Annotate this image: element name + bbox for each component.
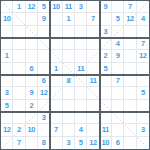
cell-r7c5[interactable] (50, 75, 62, 87)
cell-r9c2[interactable] (13, 100, 25, 112)
cell-r4c9[interactable] (100, 38, 112, 50)
cell-r4c8[interactable] (87, 38, 99, 50)
cell-r9c4[interactable] (38, 100, 50, 112)
cell-r9c5[interactable] (50, 100, 62, 112)
cell-r8c12[interactable]: 5 (137, 87, 149, 99)
cell-r4c7[interactable] (75, 38, 87, 50)
cell-r10c5[interactable] (50, 112, 62, 124)
cell-r12c5[interactable] (50, 137, 62, 149)
cell-r3c7[interactable] (75, 26, 87, 38)
cell-r1c7[interactable]: 3 (75, 1, 87, 13)
cell-r5c8[interactable] (87, 50, 99, 62)
cell-r3c2[interactable] (13, 26, 25, 38)
cell-r11c11[interactable] (124, 124, 136, 136)
cell-r3c1[interactable] (1, 26, 13, 38)
cell-r3c11[interactable] (124, 26, 136, 38)
cell-r1c5[interactable]: 10 (50, 1, 62, 13)
cell-r8c10[interactable] (112, 87, 124, 99)
cell-r10c3[interactable] (26, 112, 38, 124)
cell-r7c10[interactable]: 7 (112, 75, 124, 87)
cell-r7c2[interactable] (13, 75, 25, 87)
cell-r5c2[interactable] (13, 50, 25, 62)
cell-r12c7[interactable]: 5 (75, 137, 87, 149)
cell-r2c5[interactable] (50, 13, 62, 25)
cell-r8c2[interactable] (13, 87, 25, 99)
cell-r9c9[interactable] (100, 100, 112, 112)
cell-r2c3[interactable] (26, 13, 38, 25)
cell-r4c11[interactable] (124, 38, 136, 50)
cell-r6c6[interactable] (63, 63, 75, 75)
cell-r6c12[interactable] (137, 63, 149, 75)
cell-r1c2[interactable]: 1 (13, 1, 25, 13)
cell-r11c6[interactable] (63, 124, 75, 136)
cell-r11c8[interactable] (87, 124, 99, 136)
cell-r5c9[interactable]: 2 (100, 50, 112, 62)
cell-r9c12[interactable] (137, 100, 149, 112)
cell-r11c12[interactable]: 3 (137, 124, 149, 136)
cell-r5c11[interactable] (124, 50, 136, 62)
cell-r8c11[interactable] (124, 87, 136, 99)
cell-r9c1[interactable]: 5 (1, 100, 13, 112)
cell-r4c10[interactable]: 4 (112, 38, 124, 50)
cell-r9c11[interactable] (124, 100, 136, 112)
cell-r12c12[interactable] (137, 137, 149, 149)
cell-r12c10[interactable]: 6 (112, 137, 124, 149)
cell-r8c4[interactable]: 12 (38, 87, 50, 99)
cell-r11c4[interactable] (38, 124, 50, 136)
cell-r3c3[interactable] (26, 26, 38, 38)
cell-r12c1[interactable] (1, 137, 13, 149)
cell-r10c12[interactable] (137, 112, 149, 124)
cell-r6c3[interactable]: 6 (26, 63, 38, 75)
cell-r10c11[interactable] (124, 112, 136, 124)
cell-r10c10[interactable] (112, 112, 124, 124)
cell-r7c12[interactable] (137, 75, 149, 87)
cell-r6c5[interactable]: 1 (50, 63, 62, 75)
cell-r2c12[interactable]: 4 (137, 13, 149, 25)
cell-r4c12[interactable]: 7 (137, 38, 149, 50)
cell-r12c3[interactable] (26, 137, 38, 149)
cell-r12c9[interactable]: 10 (100, 137, 112, 149)
cell-r5c3[interactable] (26, 50, 38, 62)
cell-r8c1[interactable]: 3 (1, 87, 13, 99)
cell-r2c10[interactable]: 5 (112, 13, 124, 25)
cell-r3c8[interactable] (87, 26, 99, 38)
cell-r1c1[interactable] (1, 1, 13, 13)
cell-r4c3[interactable] (26, 38, 38, 50)
cell-r6c7[interactable]: 11 (75, 63, 87, 75)
cell-r7c11[interactable] (124, 75, 136, 87)
cell-r11c3[interactable]: 10 (26, 124, 38, 136)
cell-r2c8[interactable]: 7 (87, 13, 99, 25)
cell-r12c11[interactable] (124, 137, 136, 149)
cell-r7c9[interactable] (100, 75, 112, 87)
cell-r6c9[interactable]: 5 (100, 63, 112, 75)
cell-r12c4[interactable]: 8 (38, 137, 50, 149)
cell-r12c8[interactable]: 12 (87, 137, 99, 149)
cell-r8c9[interactable] (100, 87, 112, 99)
cell-r4c4[interactable] (38, 38, 50, 50)
cell-r6c2[interactable] (13, 63, 25, 75)
cell-r6c8[interactable] (87, 63, 99, 75)
cell-r3c9[interactable]: 3 (100, 26, 112, 38)
cell-r10c7[interactable] (75, 112, 87, 124)
cell-r7c6[interactable]: 8 (63, 75, 75, 87)
cell-r8c3[interactable]: 9 (26, 87, 38, 99)
cell-r2c9[interactable] (100, 13, 112, 25)
cell-r4c1[interactable] (1, 38, 13, 50)
cell-r2c6[interactable]: 1 (63, 13, 75, 25)
cell-r2c2[interactable] (13, 13, 25, 25)
cell-r8c7[interactable] (75, 87, 87, 99)
cell-r1c10[interactable] (112, 1, 124, 13)
cell-r4c5[interactable] (50, 38, 62, 50)
cell-r1c12[interactable] (137, 1, 149, 13)
cell-r5c6[interactable] (63, 50, 75, 62)
cell-r1c4[interactable]: 5 (38, 1, 50, 13)
cell-r1c11[interactable]: 7 (124, 1, 136, 13)
cell-r10c8[interactable] (87, 112, 99, 124)
cell-r6c11[interactable] (124, 63, 136, 75)
cell-r5c4[interactable] (38, 50, 50, 62)
cell-r3c6[interactable] (63, 26, 75, 38)
cell-r8c5[interactable] (50, 87, 62, 99)
cell-r4c2[interactable] (13, 38, 25, 50)
cell-r2c11[interactable]: 12 (124, 13, 136, 25)
cell-r7c8[interactable]: 11 (87, 75, 99, 87)
cell-r10c4[interactable]: 3 (38, 112, 50, 124)
cell-r6c4[interactable] (38, 63, 50, 75)
cell-r10c6[interactable] (63, 112, 75, 124)
cell-r3c4[interactable] (38, 26, 50, 38)
cell-r8c8[interactable] (87, 87, 99, 99)
cell-r6c1[interactable] (1, 63, 13, 75)
cell-r2c1[interactable]: 10 (1, 13, 13, 25)
cell-r5c10[interactable]: 9 (112, 50, 124, 62)
cell-r12c2[interactable]: 7 (13, 137, 25, 149)
cell-r5c12[interactable]: 12 (137, 50, 149, 62)
cell-r3c10[interactable] (112, 26, 124, 38)
cell-r11c2[interactable]: 2 (13, 124, 25, 136)
cell-r8c6[interactable] (63, 87, 75, 99)
cell-r5c7[interactable] (75, 50, 87, 62)
cell-r5c5[interactable] (50, 50, 62, 62)
cell-r9c7[interactable] (75, 100, 87, 112)
cell-r1c3[interactable]: 12 (26, 1, 38, 13)
cell-r9c3[interactable]: 2 (26, 100, 38, 112)
cell-r7c1[interactable] (1, 75, 13, 87)
cell-r4c6[interactable] (63, 38, 75, 50)
cell-r10c2[interactable] (13, 112, 25, 124)
cell-r11c9[interactable]: 11 (100, 124, 112, 136)
cell-r5c1[interactable]: 1 (1, 50, 13, 62)
cell-r2c7[interactable] (75, 13, 87, 25)
cell-r2c4[interactable]: 9 (38, 13, 50, 25)
cell-r11c10[interactable] (112, 124, 124, 136)
cell-r3c5[interactable] (50, 26, 62, 38)
cell-r7c4[interactable]: 6 (38, 75, 50, 87)
cell-r1c6[interactable]: 11 (63, 1, 75, 13)
cell-r11c7[interactable]: 4 (75, 124, 87, 136)
cell-r10c9[interactable] (100, 112, 112, 124)
cell-r9c6[interactable] (63, 100, 75, 112)
cell-r12c6[interactable]: 3 (63, 137, 75, 149)
cell-r11c5[interactable]: 7 (50, 124, 62, 136)
cell-r11c1[interactable]: 12 (1, 124, 13, 136)
sudoku-grid: 1125101139710917512434712912611156811739… (1, 1, 149, 149)
cell-r1c9[interactable]: 9 (100, 1, 112, 13)
cell-r9c10[interactable] (112, 100, 124, 112)
cell-r7c3[interactable] (26, 75, 38, 87)
cell-r7c7[interactable] (75, 75, 87, 87)
cell-r1c8[interactable] (87, 1, 99, 13)
sudoku-board: 1125101139710917512434712912611156811739… (0, 0, 150, 150)
cell-r10c1[interactable] (1, 112, 13, 124)
cell-r3c12[interactable] (137, 26, 149, 38)
cell-r6c10[interactable] (112, 63, 124, 75)
cell-r9c8[interactable] (87, 100, 99, 112)
